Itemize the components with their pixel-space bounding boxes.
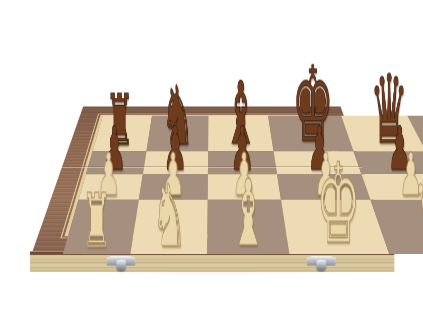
walnut-frame: ♜♞♝♚♛♝♞♜♟♟♟♟♟♟♟♟♟♟♟♟♟♟♟♟♜♞♝♚♛♝♞♜ [32,107,392,252]
white-king: ♚ [316,150,360,260]
inlay-border-band: ♜♞♝♚♛♝♞♜♟♟♟♟♟♟♟♟♟♟♟♟♟♟♟♟♜♞♝♚♛♝♞♜ [64,115,359,237]
square-a1: ♜ [62,200,138,254]
clasp-hook-icon [116,260,126,271]
chess-board: ♜♞♝♚♛♝♞♜♟♟♟♟♟♟♟♟♟♟♟♟♟♟♟♟♜♞♝♚♛♝♞♜ [32,107,392,252]
clasp-hook-icon [316,260,326,271]
inlay-border-outer: ♜♞♝♚♛♝♞♜♟♟♟♟♟♟♟♟♟♟♟♟♟♟♟♟♜♞♝♚♛♝♞♜ [60,114,364,239]
white-queen: ♛ [412,159,423,260]
metal-clasp-right [306,255,335,271]
photo-scene: ♜♞♝♚♛♝♞♜♟♟♟♟♟♟♟♟♟♟♟♟♟♟♟♟♜♞♝♚♛♝♞♜ [0,0,423,318]
board-squares: ♜♞♝♚♛♝♞♜♟♟♟♟♟♟♟♟♟♟♟♟♟♟♟♟♜♞♝♚♛♝♞♜ [68,116,355,235]
white-rook: ♜ [81,184,111,259]
white-bishop: ♝ [229,168,266,259]
white-knight: ♞ [151,173,186,259]
square-c1: ♝ [207,200,289,254]
product-photo: ♜♞♝♚♛♝♞♜♟♟♟♟♟♟♟♟♟♟♟♟♟♟♟♟♜♞♝♚♛♝♞♜ [0,0,423,318]
square-b1: ♞ [129,200,207,254]
